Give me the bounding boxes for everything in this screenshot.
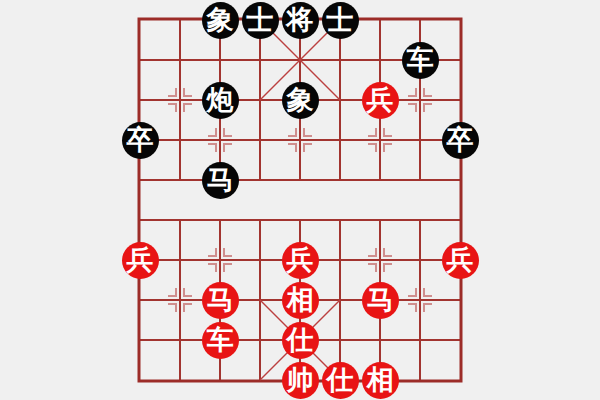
red-soldier[interactable]: 兵 xyxy=(282,242,319,279)
black-horse[interactable]: 马 xyxy=(202,162,239,199)
red-horse[interactable]: 马 xyxy=(202,282,239,319)
red-advisor[interactable]: 仕 xyxy=(322,362,359,399)
red-soldier[interactable]: 兵 xyxy=(362,82,399,119)
red-horse[interactable]: 马 xyxy=(362,282,399,319)
red-chariot[interactable]: 车 xyxy=(202,322,239,359)
red-elephant[interactable]: 相 xyxy=(282,282,319,319)
red-soldier[interactable]: 兵 xyxy=(442,242,479,279)
red-advisor[interactable]: 仕 xyxy=(282,322,319,359)
black-elephant[interactable]: 象 xyxy=(282,82,319,119)
red-general[interactable]: 帅 xyxy=(282,362,319,399)
black-general[interactable]: 将 xyxy=(282,2,319,39)
black-advisor[interactable]: 士 xyxy=(322,2,359,39)
black-soldier[interactable]: 卒 xyxy=(122,122,159,159)
black-soldier[interactable]: 卒 xyxy=(442,122,479,159)
red-elephant[interactable]: 相 xyxy=(362,362,399,399)
red-soldier[interactable]: 兵 xyxy=(122,242,159,279)
black-chariot[interactable]: 车 xyxy=(402,42,439,79)
black-cannon[interactable]: 炮 xyxy=(202,82,239,119)
black-advisor[interactable]: 士 xyxy=(242,2,279,39)
xiangqi-app: 象士将士车炮象兵卒卒马兵兵兵马相马车仕帅仕相 xyxy=(0,0,600,400)
black-elephant[interactable]: 象 xyxy=(202,2,239,39)
pieces-layer: 象士将士车炮象兵卒卒马兵兵兵马相马车仕帅仕相 xyxy=(0,0,600,400)
